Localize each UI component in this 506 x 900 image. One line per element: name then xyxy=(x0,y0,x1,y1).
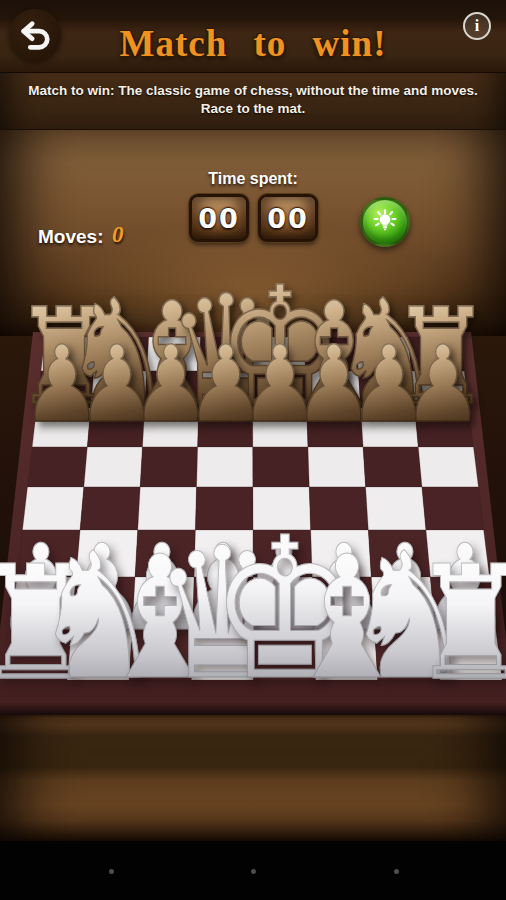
chess-board-3d xyxy=(0,0,506,900)
square-c5[interactable] xyxy=(140,447,197,487)
bottom-nav-bar xyxy=(0,841,506,900)
page-title: Match to win! xyxy=(0,22,506,65)
nav-dot xyxy=(394,869,399,874)
app-screen: ♜♞♝♛♚♝♞♜♟♟♟♟♟♟♟♟♟♟♟♟♟♟♟♟♜♞♝♛♚♝♞♜ Match t… xyxy=(0,0,506,900)
seconds-counter: 00 xyxy=(258,194,318,242)
info-button[interactable]: i xyxy=(463,12,491,40)
square-e5[interactable] xyxy=(253,447,309,487)
undo-back-arrow-icon xyxy=(18,18,52,52)
square-g5[interactable] xyxy=(363,447,422,487)
square-h5[interactable] xyxy=(418,447,478,487)
square-f5[interactable] xyxy=(308,447,366,487)
lightbulb-icon xyxy=(371,208,399,236)
info-icon: i xyxy=(475,17,479,35)
header-bar: Match to win! xyxy=(0,0,506,73)
time-spent-label: Time spent: xyxy=(0,170,506,188)
minutes-value: 00 xyxy=(198,203,240,234)
piece-black-pawn-h7[interactable]: ♟ xyxy=(403,332,484,438)
square-d5[interactable] xyxy=(197,447,253,487)
seconds-value: 00 xyxy=(267,203,309,234)
square-b5[interactable] xyxy=(84,447,143,487)
minutes-counter: 00 xyxy=(189,194,249,242)
moves-label: Moves: xyxy=(38,226,103,248)
subtitle-text: Match to win: The classic game of chess,… xyxy=(28,82,478,117)
nav-dot xyxy=(109,869,114,874)
hint-button[interactable] xyxy=(360,197,410,247)
subtitle-panel: Match to win: The classic game of chess,… xyxy=(0,73,506,130)
back-button[interactable] xyxy=(9,9,61,61)
piece-white-rook-h1[interactable]: ♜ xyxy=(410,544,506,702)
nav-dot xyxy=(251,869,256,874)
moves-count: 0 xyxy=(112,222,124,248)
square-a5[interactable] xyxy=(28,447,88,487)
